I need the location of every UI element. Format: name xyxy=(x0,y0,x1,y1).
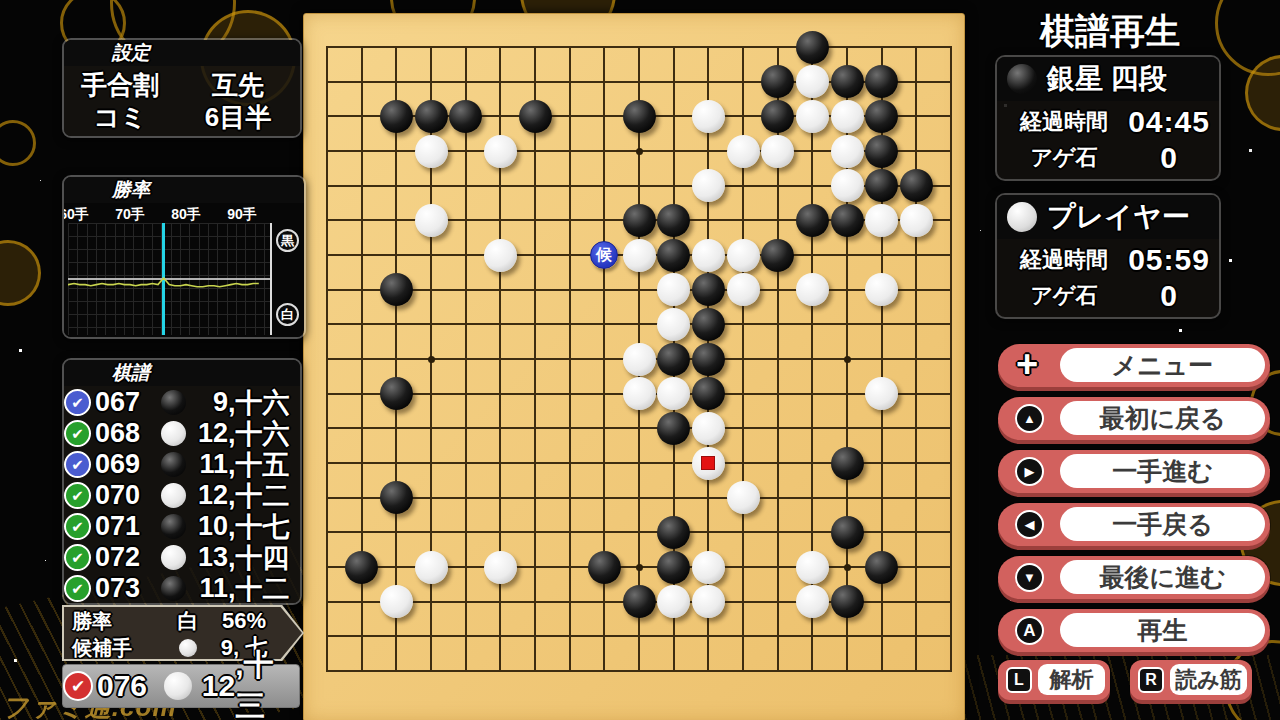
white-stone xyxy=(623,377,656,410)
black-player-card: 銀星 四段 経過時間 04:45 アゲ石 0 xyxy=(995,55,1221,181)
direction-arrow-icon: ▶ xyxy=(1015,457,1044,486)
black-stone xyxy=(796,31,829,64)
black-stone xyxy=(623,204,656,237)
white-stone xyxy=(415,135,448,168)
white-stone xyxy=(796,65,829,98)
white-stone xyxy=(727,273,760,306)
black-stone xyxy=(657,516,690,549)
check-icon: ✔ xyxy=(63,671,93,701)
komi-label: コミ xyxy=(64,100,176,135)
star-point xyxy=(428,356,435,363)
move-coord-number: 12 xyxy=(186,418,228,449)
move-coord-number: 12 xyxy=(192,669,235,703)
button-label: メニュー xyxy=(1112,349,1214,382)
black-stone xyxy=(657,343,690,376)
white-stone xyxy=(484,551,517,584)
readout-button[interactable]: R読み筋 xyxy=(1130,660,1252,700)
gold-flower-decoration xyxy=(0,240,41,306)
winrate-panel: 勝率 60手 70手 80手 90手 黒 白 xyxy=(62,175,306,339)
white-time-label: 経過時間 xyxy=(1003,245,1125,275)
move-coord-number: 9 xyxy=(186,387,228,418)
black-captures-label: アゲ石 xyxy=(1003,143,1125,173)
move-coord-number: 11 xyxy=(186,573,228,604)
a-button-icon: A xyxy=(1015,616,1044,645)
black-stone xyxy=(692,308,725,341)
white-player-name: プレイヤー xyxy=(1047,198,1190,236)
move-number: 070 xyxy=(95,480,161,511)
black-stone xyxy=(831,516,864,549)
button-face: 最後に進む xyxy=(1060,560,1265,594)
black-stone-icon xyxy=(161,390,186,415)
black-stone xyxy=(796,204,829,237)
move-number: 072 xyxy=(95,542,161,573)
black-stone xyxy=(692,343,725,376)
white-stone xyxy=(831,100,864,133)
black-stone xyxy=(519,100,552,133)
button-face: 読み筋 xyxy=(1170,664,1247,695)
black-time-label: 経過時間 xyxy=(1003,107,1125,137)
check-icon: ✔ xyxy=(64,420,91,447)
white-stone xyxy=(692,585,725,618)
record-row[interactable]: ✔07110,十七 xyxy=(64,511,300,542)
button-face: 再生 xyxy=(1060,613,1265,647)
record-row[interactable]: ✔07213,十四 xyxy=(64,542,300,573)
black-stone xyxy=(623,100,656,133)
move-number: 069 xyxy=(95,449,161,480)
record-row[interactable]: ✔07012,十二 xyxy=(64,480,300,511)
x-axis-label: 80手 xyxy=(171,206,201,224)
button-label: 一手戻る xyxy=(1112,508,1213,541)
move-coord-number: 12 xyxy=(186,480,228,511)
winrate-line-chart xyxy=(68,223,270,335)
white-player-card: プレイヤー 経過時間 05:59 アゲ石 0 xyxy=(995,193,1221,319)
white-time-value: 05:59 xyxy=(1125,243,1213,277)
move-number: 073 xyxy=(95,573,161,604)
button-label: 再生 xyxy=(1138,614,1188,647)
white-stone xyxy=(692,412,725,445)
record-header: 棋譜 xyxy=(64,360,300,386)
winrate-plot-area xyxy=(68,223,272,335)
black-stone-icon xyxy=(161,514,186,539)
gold-flower-decoration xyxy=(0,120,36,166)
black-stone xyxy=(449,100,482,133)
current-move-row[interactable]: ✔07612,十三 xyxy=(62,664,300,708)
black-stone xyxy=(345,551,378,584)
black-stone xyxy=(588,551,621,584)
analyze-button[interactable]: L解析 xyxy=(998,660,1110,700)
black-stone xyxy=(761,100,794,133)
r-shoulder-button-icon: R xyxy=(1138,667,1164,693)
white-stone-icon xyxy=(164,672,192,700)
x-axis-label: 90手 xyxy=(227,206,257,224)
move-coord-number: 10 xyxy=(186,511,228,542)
white-stone xyxy=(796,100,829,133)
winrate-label: 勝率 xyxy=(64,608,164,635)
white-stone xyxy=(727,239,760,272)
white-stone xyxy=(657,308,690,341)
x-axis-label: 60手 xyxy=(64,206,89,224)
check-icon: ✔ xyxy=(64,451,91,478)
white-stone-icon xyxy=(161,483,186,508)
black-stone xyxy=(657,239,690,272)
move-number: 076 xyxy=(97,669,164,703)
candidate-stone-icon xyxy=(179,639,197,657)
move-coord-number: 11 xyxy=(186,449,228,480)
white-stone xyxy=(727,481,760,514)
white-stone xyxy=(900,204,933,237)
current-move-entry[interactable]: ✔07612,十三 xyxy=(63,671,299,702)
check-icon: ✔ xyxy=(64,513,91,540)
white-stone xyxy=(623,343,656,376)
button-label: 最初に戻る xyxy=(1099,402,1225,435)
black-stone xyxy=(657,412,690,445)
button-label: 最後に進む xyxy=(1099,561,1225,594)
settings-header: 設定 xyxy=(64,40,300,66)
white-stone-icon xyxy=(161,545,186,570)
white-stone xyxy=(415,204,448,237)
x-axis-label: 70手 xyxy=(115,206,145,224)
black-stone xyxy=(380,100,413,133)
white-stone xyxy=(692,169,725,202)
check-icon: ✔ xyxy=(64,544,91,571)
move-number: 071 xyxy=(95,511,161,542)
game-screen: ファミ通.com 候 設定 手合割 互先 コミ 6目半 勝率 60手 70手 8… xyxy=(0,0,1280,720)
move-number: 067 xyxy=(95,387,161,418)
settings-panel: 設定 手合割 互先 コミ 6目半 xyxy=(62,38,302,138)
handicap-value: 互先 xyxy=(176,68,300,103)
button-label: 一手進む xyxy=(1112,455,1213,488)
button-face: 一手進む xyxy=(1060,454,1265,488)
black-stone xyxy=(692,273,725,306)
black-time-value: 04:45 xyxy=(1125,105,1213,139)
handicap-row: 手合割 互先 xyxy=(64,66,300,104)
plus-icon: + xyxy=(1016,343,1038,386)
black-stone xyxy=(865,551,898,584)
button-face: 解析 xyxy=(1038,664,1105,695)
black-stone xyxy=(865,100,898,133)
move-coord-kanji: ,十三 xyxy=(235,645,299,720)
white-stone xyxy=(484,239,517,272)
black-stone xyxy=(865,135,898,168)
white-stone xyxy=(692,239,725,272)
move-coord-kanji: ,十二 xyxy=(228,571,290,606)
black-stone xyxy=(831,204,864,237)
white-stone xyxy=(796,551,829,584)
white-stone xyxy=(796,273,829,306)
black-stone xyxy=(692,377,725,410)
komi-value: 6目半 xyxy=(176,100,300,135)
record-row[interactable]: ✔06812,十六 xyxy=(64,418,300,449)
black-stone-icon xyxy=(161,576,186,601)
record-row[interactable]: ✔07311,十二 xyxy=(64,573,300,604)
white-stone-icon xyxy=(161,421,186,446)
winrate-header: 勝率 xyxy=(64,177,304,203)
black-stone xyxy=(380,481,413,514)
white-stone xyxy=(415,551,448,584)
winrate-graph: 60手 70手 80手 90手 黒 白 xyxy=(64,203,304,337)
black-stone xyxy=(657,204,690,237)
black-stone xyxy=(415,100,448,133)
go-board[interactable]: 候 xyxy=(303,13,965,720)
white-captures-label: アゲ石 xyxy=(1003,281,1125,311)
white-stone xyxy=(692,100,725,133)
record-row[interactable]: ✔06911,十五 xyxy=(64,449,300,480)
button-label: 解析 xyxy=(1050,665,1094,695)
white-captures-value: 0 xyxy=(1125,279,1213,313)
page-title: 棋譜再生 xyxy=(1000,8,1220,55)
button-label: 読み筋 xyxy=(1175,665,1242,695)
star-point xyxy=(636,564,643,571)
direction-arrow-icon: ◀ xyxy=(1015,510,1044,539)
forward-button[interactable]: ▶一手進む xyxy=(998,450,1270,493)
black-stone-icon xyxy=(161,452,186,477)
check-icon: ✔ xyxy=(64,575,91,602)
to-start-button[interactable]: ▲最初に戻る xyxy=(998,397,1270,440)
star-dots-decoration xyxy=(0,0,1,1)
black-player-name: 銀星 四段 xyxy=(1047,60,1167,98)
last-move-marker xyxy=(701,456,715,470)
star-point xyxy=(636,148,643,155)
black-stone xyxy=(831,447,864,480)
black-stone xyxy=(380,273,413,306)
button-face: メニュー xyxy=(1060,348,1265,382)
black-stone xyxy=(761,239,794,272)
white-stone xyxy=(865,204,898,237)
direction-arrow-icon: ▼ xyxy=(1015,563,1044,592)
handicap-label: 手合割 xyxy=(64,68,176,103)
black-stone xyxy=(831,585,864,618)
star-point xyxy=(844,356,851,363)
black-stone xyxy=(623,585,656,618)
white-stone xyxy=(796,585,829,618)
black-stone-icon xyxy=(1007,64,1037,94)
record-row[interactable]: ✔0679,十六 xyxy=(64,387,300,418)
white-stone xyxy=(623,239,656,272)
record-panel: 棋譜 ✔0679,十六✔06812,十六✔06911,十五✔07012,十二✔0… xyxy=(62,358,302,605)
button-face: 一手戻る xyxy=(1060,507,1265,541)
black-stone xyxy=(831,65,864,98)
black-captures-value: 0 xyxy=(1125,141,1213,175)
l-shoulder-button-icon: L xyxy=(1006,667,1032,693)
white-stone xyxy=(380,585,413,618)
move-number: 068 xyxy=(95,418,161,449)
black-stone xyxy=(380,377,413,410)
white-legend-badge: 白 xyxy=(276,303,299,326)
play-button[interactable]: A再生 xyxy=(998,609,1270,652)
to-end-button[interactable]: ▼最後に進む xyxy=(998,556,1270,599)
komi-row: コミ 6目半 xyxy=(64,98,300,136)
white-stone xyxy=(831,169,864,202)
black-stone xyxy=(900,169,933,202)
white-stone xyxy=(484,135,517,168)
white-stone xyxy=(692,551,725,584)
black-legend-badge: 黒 xyxy=(276,229,299,252)
move-coord-number: 13 xyxy=(186,542,228,573)
check-icon: ✔ xyxy=(64,482,91,509)
candidate-label: 候補手 xyxy=(64,635,164,662)
button-face: 最初に戻る xyxy=(1060,401,1265,435)
back-button[interactable]: ◀一手戻る xyxy=(998,503,1270,546)
white-stone xyxy=(727,135,760,168)
winrate-side: 白 xyxy=(164,607,212,635)
white-stone xyxy=(761,135,794,168)
star-point xyxy=(844,564,851,571)
direction-arrow-icon: ▲ xyxy=(1015,404,1044,433)
white-stone xyxy=(831,135,864,168)
white-stone-icon xyxy=(1007,202,1037,232)
black-stone xyxy=(657,551,690,584)
check-icon: ✔ xyxy=(64,389,91,416)
menu-button[interactable]: +メニュー xyxy=(998,344,1270,387)
